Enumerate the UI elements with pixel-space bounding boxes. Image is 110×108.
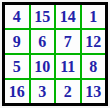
cell-r3c3: 11 <box>56 55 80 78</box>
cell-r4c3: 2 <box>56 80 80 103</box>
cell-r2c3: 7 <box>56 30 80 53</box>
cell-r4c2: 3 <box>31 80 55 103</box>
cell-r2c4: 12 <box>82 30 106 53</box>
cell-r2c1: 9 <box>5 30 29 53</box>
cell-value: 6 <box>38 34 46 50</box>
cell-r4c4: 13 <box>82 80 106 103</box>
cell-r2c2: 6 <box>31 30 55 53</box>
cell-value: 14 <box>60 9 76 25</box>
cell-r1c1: 4 <box>5 5 29 28</box>
cell-r1c4: 1 <box>82 5 106 28</box>
cell-r4c1: 16 <box>5 80 29 103</box>
cell-value: 7 <box>64 34 72 50</box>
magic-square-board: 4 15 14 1 9 6 7 12 5 10 11 8 16 3 2 13 <box>2 2 108 106</box>
cell-r3c2: 10 <box>31 55 55 78</box>
cell-r3c1: 5 <box>5 55 29 78</box>
cell-value: 8 <box>89 59 97 75</box>
page-background: 4 15 14 1 9 6 7 12 5 10 11 8 16 3 2 13 <box>0 0 110 108</box>
cell-value: 2 <box>64 84 72 100</box>
cell-value: 3 <box>38 84 46 100</box>
cell-value: 15 <box>34 9 50 25</box>
cell-value: 4 <box>13 9 21 25</box>
cell-r1c2: 15 <box>31 5 55 28</box>
cell-value: 11 <box>60 59 75 75</box>
cell-value: 9 <box>13 34 21 50</box>
cell-value: 10 <box>34 59 50 75</box>
cell-r1c3: 14 <box>56 5 80 28</box>
cell-value: 1 <box>89 9 97 25</box>
cell-value: 16 <box>9 84 25 100</box>
cell-value: 12 <box>85 34 101 50</box>
cell-value: 13 <box>85 84 101 100</box>
cell-r3c4: 8 <box>82 55 106 78</box>
cell-value: 5 <box>13 59 21 75</box>
